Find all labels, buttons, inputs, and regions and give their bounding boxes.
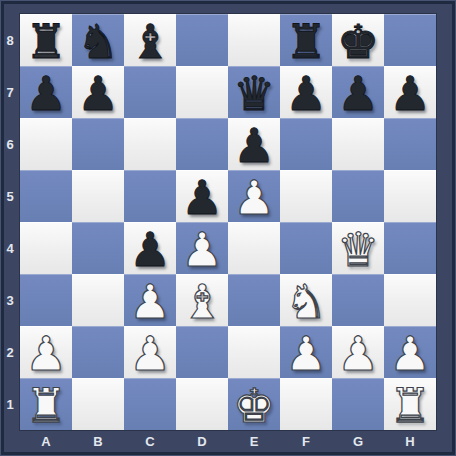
piece-black-bishop-c8[interactable]: ♝	[124, 14, 176, 66]
piece-black-rook-f8[interactable]: ♜	[280, 14, 332, 66]
square-b3[interactable]	[72, 274, 124, 326]
file-label-f: F	[280, 430, 332, 452]
square-e5[interactable]: ♟	[228, 170, 280, 222]
file-label-e: E	[228, 430, 280, 452]
square-f7[interactable]: ♟	[280, 66, 332, 118]
square-f6[interactable]	[280, 118, 332, 170]
square-a6[interactable]	[20, 118, 72, 170]
square-e8[interactable]	[228, 14, 280, 66]
file-labels: ABCDEFGH	[20, 430, 436, 452]
piece-white-pawn-g2[interactable]: ♟	[332, 326, 384, 378]
chess-board: ♜♞♝♜♚♟♟♛♟♟♟♟♟♟♟♟♛♟♝♞♟♟♟♟♟♜♚♜	[20, 14, 436, 430]
piece-black-queen-e7[interactable]: ♛	[228, 66, 280, 118]
square-e7[interactable]: ♛	[228, 66, 280, 118]
piece-black-king-g8[interactable]: ♚	[332, 14, 384, 66]
piece-white-pawn-d4[interactable]: ♟	[176, 222, 228, 274]
file-label-c: C	[124, 430, 176, 452]
square-g8[interactable]: ♚	[332, 14, 384, 66]
rank-label-6: 6	[0, 118, 20, 170]
square-g6[interactable]	[332, 118, 384, 170]
square-d7[interactable]	[176, 66, 228, 118]
square-f2[interactable]: ♟	[280, 326, 332, 378]
square-a5[interactable]	[20, 170, 72, 222]
piece-black-pawn-e6[interactable]: ♟	[228, 118, 280, 170]
square-f3[interactable]: ♞	[280, 274, 332, 326]
square-c5[interactable]	[124, 170, 176, 222]
square-g1[interactable]	[332, 378, 384, 430]
rank-label-3: 3	[0, 274, 20, 326]
square-d1[interactable]	[176, 378, 228, 430]
piece-black-rook-a8[interactable]: ♜	[20, 14, 72, 66]
square-a3[interactable]	[20, 274, 72, 326]
square-c2[interactable]: ♟	[124, 326, 176, 378]
piece-white-pawn-f2[interactable]: ♟	[280, 326, 332, 378]
piece-white-pawn-a2[interactable]: ♟	[20, 326, 72, 378]
square-a2[interactable]: ♟	[20, 326, 72, 378]
piece-black-pawn-a7[interactable]: ♟	[20, 66, 72, 118]
square-c1[interactable]	[124, 378, 176, 430]
square-f1[interactable]	[280, 378, 332, 430]
square-b5[interactable]	[72, 170, 124, 222]
square-b6[interactable]	[72, 118, 124, 170]
square-h3[interactable]	[384, 274, 436, 326]
square-f4[interactable]	[280, 222, 332, 274]
square-h6[interactable]	[384, 118, 436, 170]
square-g5[interactable]	[332, 170, 384, 222]
square-c7[interactable]	[124, 66, 176, 118]
chess-board-frame: 87654321 ♜♞♝♜♚♟♟♛♟♟♟♟♟♟♟♟♛♟♝♞♟♟♟♟♟♜♚♜ AB…	[0, 0, 456, 456]
square-e4[interactable]	[228, 222, 280, 274]
square-f8[interactable]: ♜	[280, 14, 332, 66]
square-d5[interactable]: ♟	[176, 170, 228, 222]
square-c8[interactable]: ♝	[124, 14, 176, 66]
piece-white-pawn-e5[interactable]: ♟	[228, 170, 280, 222]
square-e3[interactable]	[228, 274, 280, 326]
rank-label-2: 2	[0, 326, 20, 378]
piece-white-king-e1[interactable]: ♚	[228, 378, 280, 430]
square-b2[interactable]	[72, 326, 124, 378]
square-b8[interactable]: ♞	[72, 14, 124, 66]
rank-label-1: 1	[0, 378, 20, 430]
rank-labels: 87654321	[0, 14, 20, 430]
piece-black-pawn-d5[interactable]: ♟	[176, 170, 228, 222]
piece-white-knight-f3[interactable]: ♞	[280, 274, 332, 326]
square-b1[interactable]	[72, 378, 124, 430]
square-b7[interactable]: ♟	[72, 66, 124, 118]
square-b4[interactable]	[72, 222, 124, 274]
square-a8[interactable]: ♜	[20, 14, 72, 66]
piece-black-pawn-c4[interactable]: ♟	[124, 222, 176, 274]
piece-black-pawn-b7[interactable]: ♟	[72, 66, 124, 118]
square-e6[interactable]: ♟	[228, 118, 280, 170]
square-c4[interactable]: ♟	[124, 222, 176, 274]
square-h1[interactable]: ♜	[384, 378, 436, 430]
square-h2[interactable]: ♟	[384, 326, 436, 378]
piece-white-pawn-c2[interactable]: ♟	[124, 326, 176, 378]
file-label-g: G	[332, 430, 384, 452]
file-label-h: H	[384, 430, 436, 452]
square-g7[interactable]: ♟	[332, 66, 384, 118]
square-d4[interactable]: ♟	[176, 222, 228, 274]
piece-black-pawn-f7[interactable]: ♟	[280, 66, 332, 118]
square-c6[interactable]	[124, 118, 176, 170]
piece-white-pawn-c3[interactable]: ♟	[124, 274, 176, 326]
rank-label-7: 7	[0, 66, 20, 118]
piece-white-bishop-d3[interactable]: ♝	[176, 274, 228, 326]
square-h5[interactable]	[384, 170, 436, 222]
piece-black-pawn-h7[interactable]: ♟	[384, 66, 436, 118]
square-h4[interactable]	[384, 222, 436, 274]
square-d6[interactable]	[176, 118, 228, 170]
square-c3[interactable]: ♟	[124, 274, 176, 326]
piece-white-queen-g4[interactable]: ♛	[332, 222, 384, 274]
square-h7[interactable]: ♟	[384, 66, 436, 118]
square-d3[interactable]: ♝	[176, 274, 228, 326]
square-e2[interactable]	[228, 326, 280, 378]
piece-black-pawn-g7[interactable]: ♟	[332, 66, 384, 118]
rank-label-5: 5	[0, 170, 20, 222]
rank-label-8: 8	[0, 14, 20, 66]
piece-white-pawn-h2[interactable]: ♟	[384, 326, 436, 378]
piece-white-rook-a1[interactable]: ♜	[20, 378, 72, 430]
file-label-a: A	[20, 430, 72, 452]
square-a4[interactable]	[20, 222, 72, 274]
square-h8[interactable]	[384, 14, 436, 66]
square-d8[interactable]	[176, 14, 228, 66]
square-e1[interactable]: ♚	[228, 378, 280, 430]
file-label-b: B	[72, 430, 124, 452]
file-label-d: D	[176, 430, 228, 452]
piece-white-rook-h1[interactable]: ♜	[384, 378, 436, 430]
square-d2[interactable]	[176, 326, 228, 378]
square-g3[interactable]	[332, 274, 384, 326]
square-g2[interactable]: ♟	[332, 326, 384, 378]
square-f5[interactable]	[280, 170, 332, 222]
square-g4[interactable]: ♛	[332, 222, 384, 274]
square-a7[interactable]: ♟	[20, 66, 72, 118]
rank-label-4: 4	[0, 222, 20, 274]
square-a1[interactable]: ♜	[20, 378, 72, 430]
piece-black-knight-b8[interactable]: ♞	[72, 14, 124, 66]
